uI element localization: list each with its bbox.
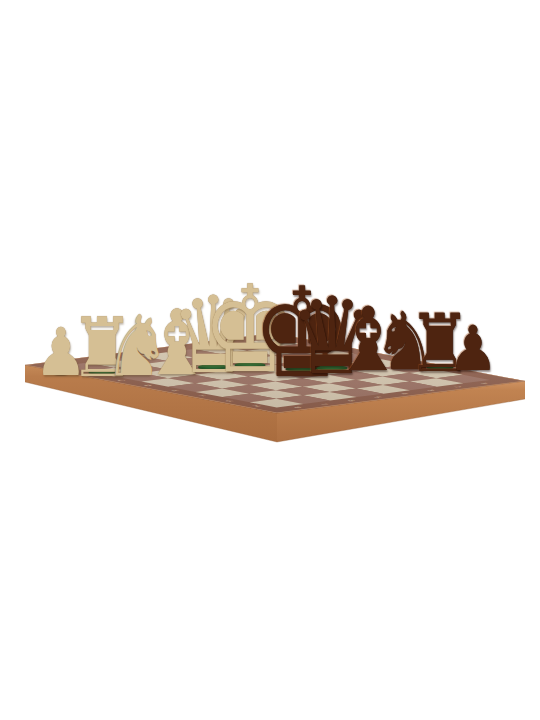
black-pawn-glyph: ♟ xyxy=(448,318,498,380)
product-photo-stage: ABCDEFGH 12345678 ♟♜♞♝♛♚♚♛♝♞♜♟ xyxy=(0,0,540,720)
pieces-layer: ♟♜♞♝♛♚♚♛♝♞♜♟ xyxy=(0,0,540,720)
